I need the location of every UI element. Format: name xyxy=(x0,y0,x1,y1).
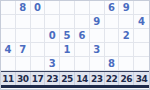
grid-cell-r5c10[interactable] xyxy=(134,57,149,71)
grid-cell-r5c8[interactable]: 8 xyxy=(105,57,120,71)
puzzle-grid: 8069940562471338 xyxy=(1,1,149,71)
puzzle-board: 8069940562471338 11301723251423222634 xyxy=(0,0,150,90)
grid-cell-r5c3[interactable] xyxy=(31,57,46,71)
grid-cell-r3c2[interactable] xyxy=(16,29,31,43)
grid-cell-r2c6[interactable] xyxy=(75,15,90,29)
grid-cell-r1c5[interactable] xyxy=(60,1,75,15)
grid-cell-r4c1[interactable]: 4 xyxy=(1,43,16,57)
column-sum-9: 26 xyxy=(119,72,134,85)
grid-cell-r3c7[interactable] xyxy=(90,29,105,43)
grid-cell-r1c1[interactable] xyxy=(1,1,16,15)
grid-cell-r2c2[interactable] xyxy=(16,15,31,29)
grid-cell-r5c7[interactable] xyxy=(90,57,105,71)
grid-cell-r5c6[interactable] xyxy=(75,57,90,71)
grid-cell-r2c4[interactable] xyxy=(45,15,60,29)
grid-cell-r3c5[interactable]: 5 xyxy=(60,29,75,43)
grid-cell-r4c4[interactable] xyxy=(45,43,60,57)
grid-cell-r3c4[interactable]: 0 xyxy=(45,29,60,43)
column-sums-row: 11301723251423222634 xyxy=(1,71,149,85)
column-sum-2: 30 xyxy=(16,72,31,85)
grid-cell-r5c5[interactable] xyxy=(60,57,75,71)
grid-cell-r3c1[interactable] xyxy=(1,29,16,43)
grid-cell-r1c6[interactable] xyxy=(75,1,90,15)
grid-cell-r4c6[interactable] xyxy=(75,43,90,57)
grid-cell-r2c3[interactable] xyxy=(31,15,46,29)
grid-cell-r3c3[interactable] xyxy=(31,29,46,43)
column-sum-10: 34 xyxy=(134,72,149,85)
column-sum-8: 22 xyxy=(105,72,120,85)
grid-cell-r5c2[interactable] xyxy=(16,57,31,71)
grid-cell-r1c7[interactable] xyxy=(90,1,105,15)
grid-cell-r1c4[interactable] xyxy=(45,1,60,15)
grid-cell-r4c9[interactable] xyxy=(119,43,134,57)
grid-cell-r1c10[interactable] xyxy=(134,1,149,15)
grid-cell-r4c5[interactable]: 1 xyxy=(60,43,75,57)
grid-cell-r5c9[interactable] xyxy=(119,57,134,71)
grid-cell-r2c1[interactable] xyxy=(1,15,16,29)
grid-cell-r5c1[interactable] xyxy=(1,57,16,71)
grid-cell-r4c7[interactable]: 3 xyxy=(90,43,105,57)
grid-cell-r4c8[interactable] xyxy=(105,43,120,57)
grid-cell-r2c7[interactable]: 9 xyxy=(90,15,105,29)
column-sum-4: 23 xyxy=(45,72,60,85)
grid-cell-r1c3[interactable]: 0 xyxy=(31,1,46,15)
grid-cell-r2c8[interactable] xyxy=(105,15,120,29)
grid-cell-r1c8[interactable]: 6 xyxy=(105,1,120,15)
grid-cell-r3c10[interactable] xyxy=(134,29,149,43)
grid-cell-r2c10[interactable]: 4 xyxy=(134,15,149,29)
column-sum-5: 25 xyxy=(60,72,75,85)
grid-cell-r1c2[interactable]: 8 xyxy=(16,1,31,15)
grid-cell-r4c2[interactable]: 7 xyxy=(16,43,31,57)
grid-cell-r5c4[interactable]: 3 xyxy=(45,57,60,71)
column-sum-7: 23 xyxy=(90,72,105,85)
grid-cell-r1c9[interactable]: 9 xyxy=(119,1,134,15)
grid-cell-r3c6[interactable]: 6 xyxy=(75,29,90,43)
bottom-bar xyxy=(1,85,149,88)
column-sum-1: 11 xyxy=(1,72,16,85)
grid-cell-r3c8[interactable] xyxy=(105,29,120,43)
grid-cell-r4c3[interactable] xyxy=(31,43,46,57)
grid-cell-r4c10[interactable] xyxy=(134,43,149,57)
column-sum-6: 14 xyxy=(75,72,90,85)
grid-cell-r3c9[interactable]: 2 xyxy=(119,29,134,43)
grid-cell-r2c5[interactable] xyxy=(60,15,75,29)
column-sum-3: 17 xyxy=(31,72,46,85)
grid-cell-r2c9[interactable] xyxy=(119,15,134,29)
